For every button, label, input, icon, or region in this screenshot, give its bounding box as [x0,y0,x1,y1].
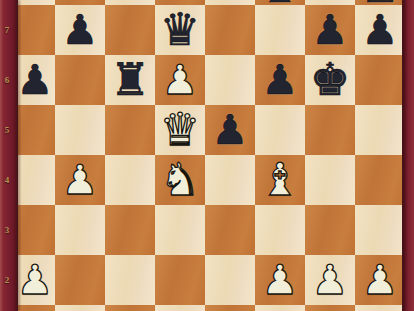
square-d3[interactable] [155,205,205,255]
square-g7[interactable]: ♟ [305,5,355,55]
white-bishop-icon[interactable]: ♝ [260,155,300,205]
square-b6[interactable] [55,55,105,105]
square-g5[interactable] [305,105,355,155]
square-h7[interactable]: ♟ [355,5,405,55]
square-h6[interactable] [355,55,405,105]
black-pawn-icon[interactable]: ♟ [262,55,299,105]
board-frame-left: 765432 [0,0,18,311]
rank-label-5: 5 [0,125,14,135]
square-c4[interactable] [105,155,155,205]
square-d7[interactable]: ♛ [155,5,205,55]
square-d6[interactable]: ♟ [155,55,205,105]
square-d5[interactable]: ♛ [155,105,205,155]
black-king-icon[interactable]: ♚ [310,55,350,105]
black-queen-icon[interactable]: ♛ [160,5,200,55]
black-pawn-icon[interactable]: ♟ [212,105,249,155]
square-f7[interactable] [255,5,305,55]
square-d2[interactable] [155,255,205,305]
white-pawn-icon[interactable]: ♟ [312,255,349,305]
rank-label-3: 3 [0,225,14,235]
black-pawn-icon[interactable]: ♟ [312,5,349,55]
white-pawn-icon[interactable]: ♟ [162,55,199,105]
square-e5[interactable]: ♟ [205,105,255,155]
white-pawn-icon[interactable]: ♟ [62,155,99,205]
square-c7[interactable] [105,5,155,55]
square-b4[interactable]: ♟ [55,155,105,205]
chess-diagram: ♝♜♟♛♟♟♟♜♟♟♚♛♟♟♞♝♟♟♟♟ 765432 [0,0,414,311]
board-frame-right [402,0,414,311]
white-queen-icon[interactable]: ♛ [160,105,200,155]
black-pawn-icon[interactable]: ♟ [362,5,399,55]
square-b1[interactable] [55,305,105,311]
square-e1[interactable] [205,305,255,311]
rank-label-2: 2 [0,275,14,285]
square-g1[interactable] [305,305,355,311]
square-f2[interactable]: ♟ [255,255,305,305]
square-b7[interactable]: ♟ [55,5,105,55]
rank-label-6: 6 [0,75,14,85]
square-g4[interactable] [305,155,355,205]
square-e6[interactable] [205,55,255,105]
white-pawn-icon[interactable]: ♟ [17,255,54,305]
square-g2[interactable]: ♟ [305,255,355,305]
square-e7[interactable] [205,5,255,55]
square-c6[interactable]: ♜ [105,55,155,105]
black-pawn-icon[interactable]: ♟ [17,55,54,105]
square-c3[interactable] [105,205,155,255]
rank-label-4: 4 [0,175,14,185]
square-f6[interactable]: ♟ [255,55,305,105]
white-pawn-icon[interactable]: ♟ [262,255,299,305]
square-h4[interactable] [355,155,405,205]
square-d1[interactable] [155,305,205,311]
square-c2[interactable] [105,255,155,305]
rank-label-7: 7 [0,25,14,35]
square-e4[interactable] [205,155,255,205]
black-pawn-icon[interactable]: ♟ [62,5,99,55]
chess-board: ♝♜♟♛♟♟♟♜♟♟♚♛♟♟♞♝♟♟♟♟ [5,0,405,311]
square-h2[interactable]: ♟ [355,255,405,305]
square-d4[interactable]: ♞ [155,155,205,205]
square-g6[interactable]: ♚ [305,55,355,105]
square-e2[interactable] [205,255,255,305]
square-h3[interactable] [355,205,405,255]
square-f3[interactable] [255,205,305,255]
black-rook-icon[interactable]: ♜ [110,55,150,105]
square-c1[interactable] [105,305,155,311]
square-b2[interactable] [55,255,105,305]
square-h1[interactable] [355,305,405,311]
square-f1[interactable] [255,305,305,311]
square-b5[interactable] [55,105,105,155]
square-f5[interactable] [255,105,305,155]
square-g3[interactable] [305,205,355,255]
square-e3[interactable] [205,205,255,255]
square-c5[interactable] [105,105,155,155]
square-b3[interactable] [55,205,105,255]
white-pawn-icon[interactable]: ♟ [362,255,399,305]
white-knight-icon[interactable]: ♞ [160,155,200,205]
square-h5[interactable] [355,105,405,155]
square-f4[interactable]: ♝ [255,155,305,205]
